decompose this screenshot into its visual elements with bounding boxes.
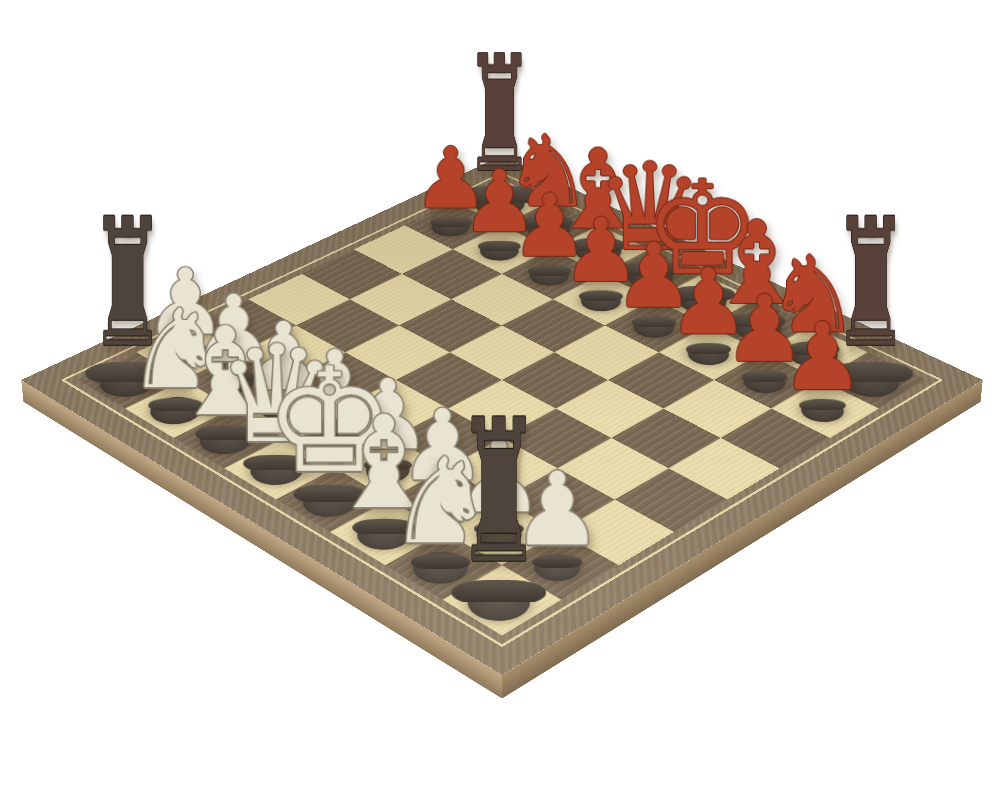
square-d6[interactable] (502, 299, 605, 352)
board-frame: ♜♞♝♛♚♝♞♜♟♟♟♟♟♟♟♟♟♟♟♟♟♟♟♟♜♞♝♛♚♝♞♜ (21, 156, 983, 675)
square-h7[interactable]: ♟ (771, 380, 879, 438)
board-grid: ♜♞♝♛♚♝♞♜♟♟♟♟♟♟♟♟♟♟♟♟♟♟♟♟♜♞♝♛♚♝♞♜ (78, 179, 927, 635)
board-inlay-line: ♜♞♝♛♚♝♞♜♟♟♟♟♟♟♟♟♟♟♟♟♟♟♟♟♜♞♝♛♚♝♞♜ (61, 172, 943, 647)
product-photo-scene: ♜♞♝♛♚♝♞♜♟♟♟♟♟♟♟♟♟♟♟♟♟♟♟♟♜♞♝♛♚♝♞♜ (0, 0, 1000, 800)
chess-board: ♜♞♝♛♚♝♞♜♟♟♟♟♟♟♟♟♟♟♟♟♟♟♟♟♜♞♝♛♚♝♞♜ (21, 156, 983, 675)
rook-glyph: ♜ (456, 393, 541, 591)
pawn-glyph: ♟ (780, 311, 864, 404)
